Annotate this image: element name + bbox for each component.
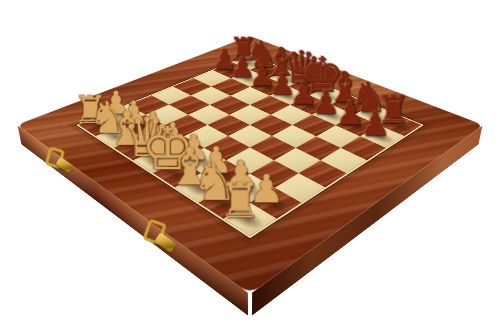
- square-d5[interactable]: [229, 105, 271, 125]
- product-photo: ♜♞♝♛♚♝♞♜♟♟♟♟♟♟♟♟♟♟♟♟♟♟♟♟♜♞♝♛♚♝♞♜: [0, 0, 500, 332]
- white-rook-h1[interactable]: ♜: [196, 177, 285, 225]
- latch-hasp-icon: [154, 232, 177, 252]
- chess-board: ♜♞♝♛♚♝♞♜♟♟♟♟♟♟♟♟♟♟♟♟♟♟♟♟♜♞♝♛♚♝♞♜: [17, 36, 484, 294]
- latch-hasp-icon: [55, 157, 73, 173]
- black-pawn-h7[interactable]: ♟: [339, 107, 412, 140]
- square-h1[interactable]: ♜: [223, 202, 276, 235]
